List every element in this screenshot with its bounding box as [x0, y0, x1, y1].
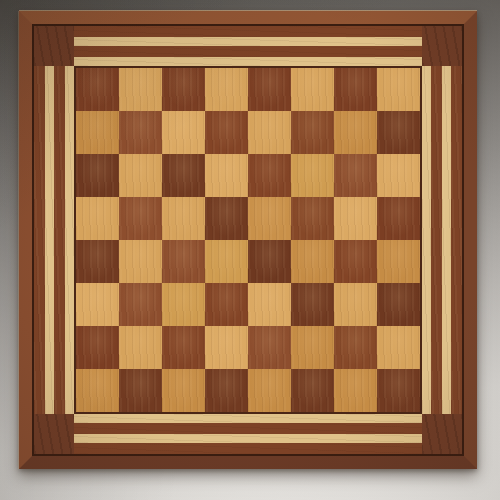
corner-block-top-right	[422, 26, 462, 66]
board-square	[334, 283, 377, 326]
board-square	[205, 369, 248, 412]
board-square	[119, 240, 162, 283]
board-square	[291, 111, 334, 154]
board-square	[248, 197, 291, 240]
band-stripe-dark	[54, 66, 65, 414]
board-square	[248, 111, 291, 154]
board-square	[334, 369, 377, 412]
board-square	[248, 240, 291, 283]
chessboard-frame	[19, 11, 477, 469]
board-square	[334, 111, 377, 154]
band-stripe-dark	[74, 443, 422, 454]
board-square	[76, 154, 119, 197]
board-square	[205, 283, 248, 326]
band-stripe-dark	[74, 423, 422, 434]
board-square	[291, 154, 334, 197]
board-square	[162, 154, 205, 197]
board-square	[119, 154, 162, 197]
border-band-bottom	[74, 414, 422, 454]
band-stripe-light	[74, 434, 422, 443]
corner-block-bottom-left	[34, 414, 74, 454]
border-band-left	[34, 66, 74, 414]
board-square	[76, 326, 119, 369]
board-square	[205, 197, 248, 240]
band-stripe-dark	[451, 66, 462, 414]
board-square	[119, 68, 162, 111]
board-square	[205, 154, 248, 197]
board-square	[248, 283, 291, 326]
board-square	[334, 154, 377, 197]
band-stripe-light	[442, 66, 451, 414]
board-square	[291, 240, 334, 283]
board-square	[205, 111, 248, 154]
board-square	[162, 326, 205, 369]
board-square	[76, 111, 119, 154]
board-square	[291, 68, 334, 111]
board-square	[205, 68, 248, 111]
board-square	[162, 369, 205, 412]
board-square	[334, 68, 377, 111]
band-stripe-light	[422, 66, 431, 414]
board-square	[334, 240, 377, 283]
board-square	[162, 240, 205, 283]
board-square	[377, 326, 420, 369]
board-square	[76, 197, 119, 240]
board-square	[248, 68, 291, 111]
board-square	[291, 369, 334, 412]
board-square	[377, 154, 420, 197]
board-square	[76, 68, 119, 111]
board-square	[291, 283, 334, 326]
board-square	[162, 283, 205, 326]
board-square	[76, 240, 119, 283]
checkerboard	[74, 66, 422, 414]
board-square	[377, 111, 420, 154]
frame-inner-gapline	[32, 24, 464, 456]
corner-block-top-left	[34, 26, 74, 66]
board-square	[334, 326, 377, 369]
board-square	[291, 326, 334, 369]
board-square	[291, 197, 334, 240]
board-square	[119, 283, 162, 326]
board-square	[119, 369, 162, 412]
band-stripe-dark	[74, 46, 422, 57]
board-square	[377, 369, 420, 412]
board-square	[119, 326, 162, 369]
auction-photo-background	[0, 0, 500, 500]
board-square	[377, 68, 420, 111]
board-square	[119, 197, 162, 240]
board-square	[248, 369, 291, 412]
band-stripe-light	[74, 57, 422, 66]
board-square	[334, 197, 377, 240]
board-square	[76, 283, 119, 326]
band-stripe-light	[65, 66, 74, 414]
band-stripe-light	[74, 37, 422, 46]
board-square	[162, 68, 205, 111]
board-square	[119, 111, 162, 154]
band-stripe-dark	[34, 66, 45, 414]
board-square	[205, 240, 248, 283]
band-stripe-dark	[74, 26, 422, 37]
board-square	[377, 197, 420, 240]
board-square	[377, 283, 420, 326]
board-square	[205, 326, 248, 369]
band-stripe-dark	[431, 66, 442, 414]
board-square	[162, 111, 205, 154]
border-band-right	[422, 66, 462, 414]
border-band-top	[74, 26, 422, 66]
board-face	[34, 26, 462, 454]
board-square	[76, 369, 119, 412]
board-square	[248, 154, 291, 197]
board-square	[162, 197, 205, 240]
board-square	[248, 326, 291, 369]
board-square	[377, 240, 420, 283]
corner-block-bottom-right	[422, 414, 462, 454]
band-stripe-light	[74, 414, 422, 423]
band-stripe-light	[45, 66, 54, 414]
